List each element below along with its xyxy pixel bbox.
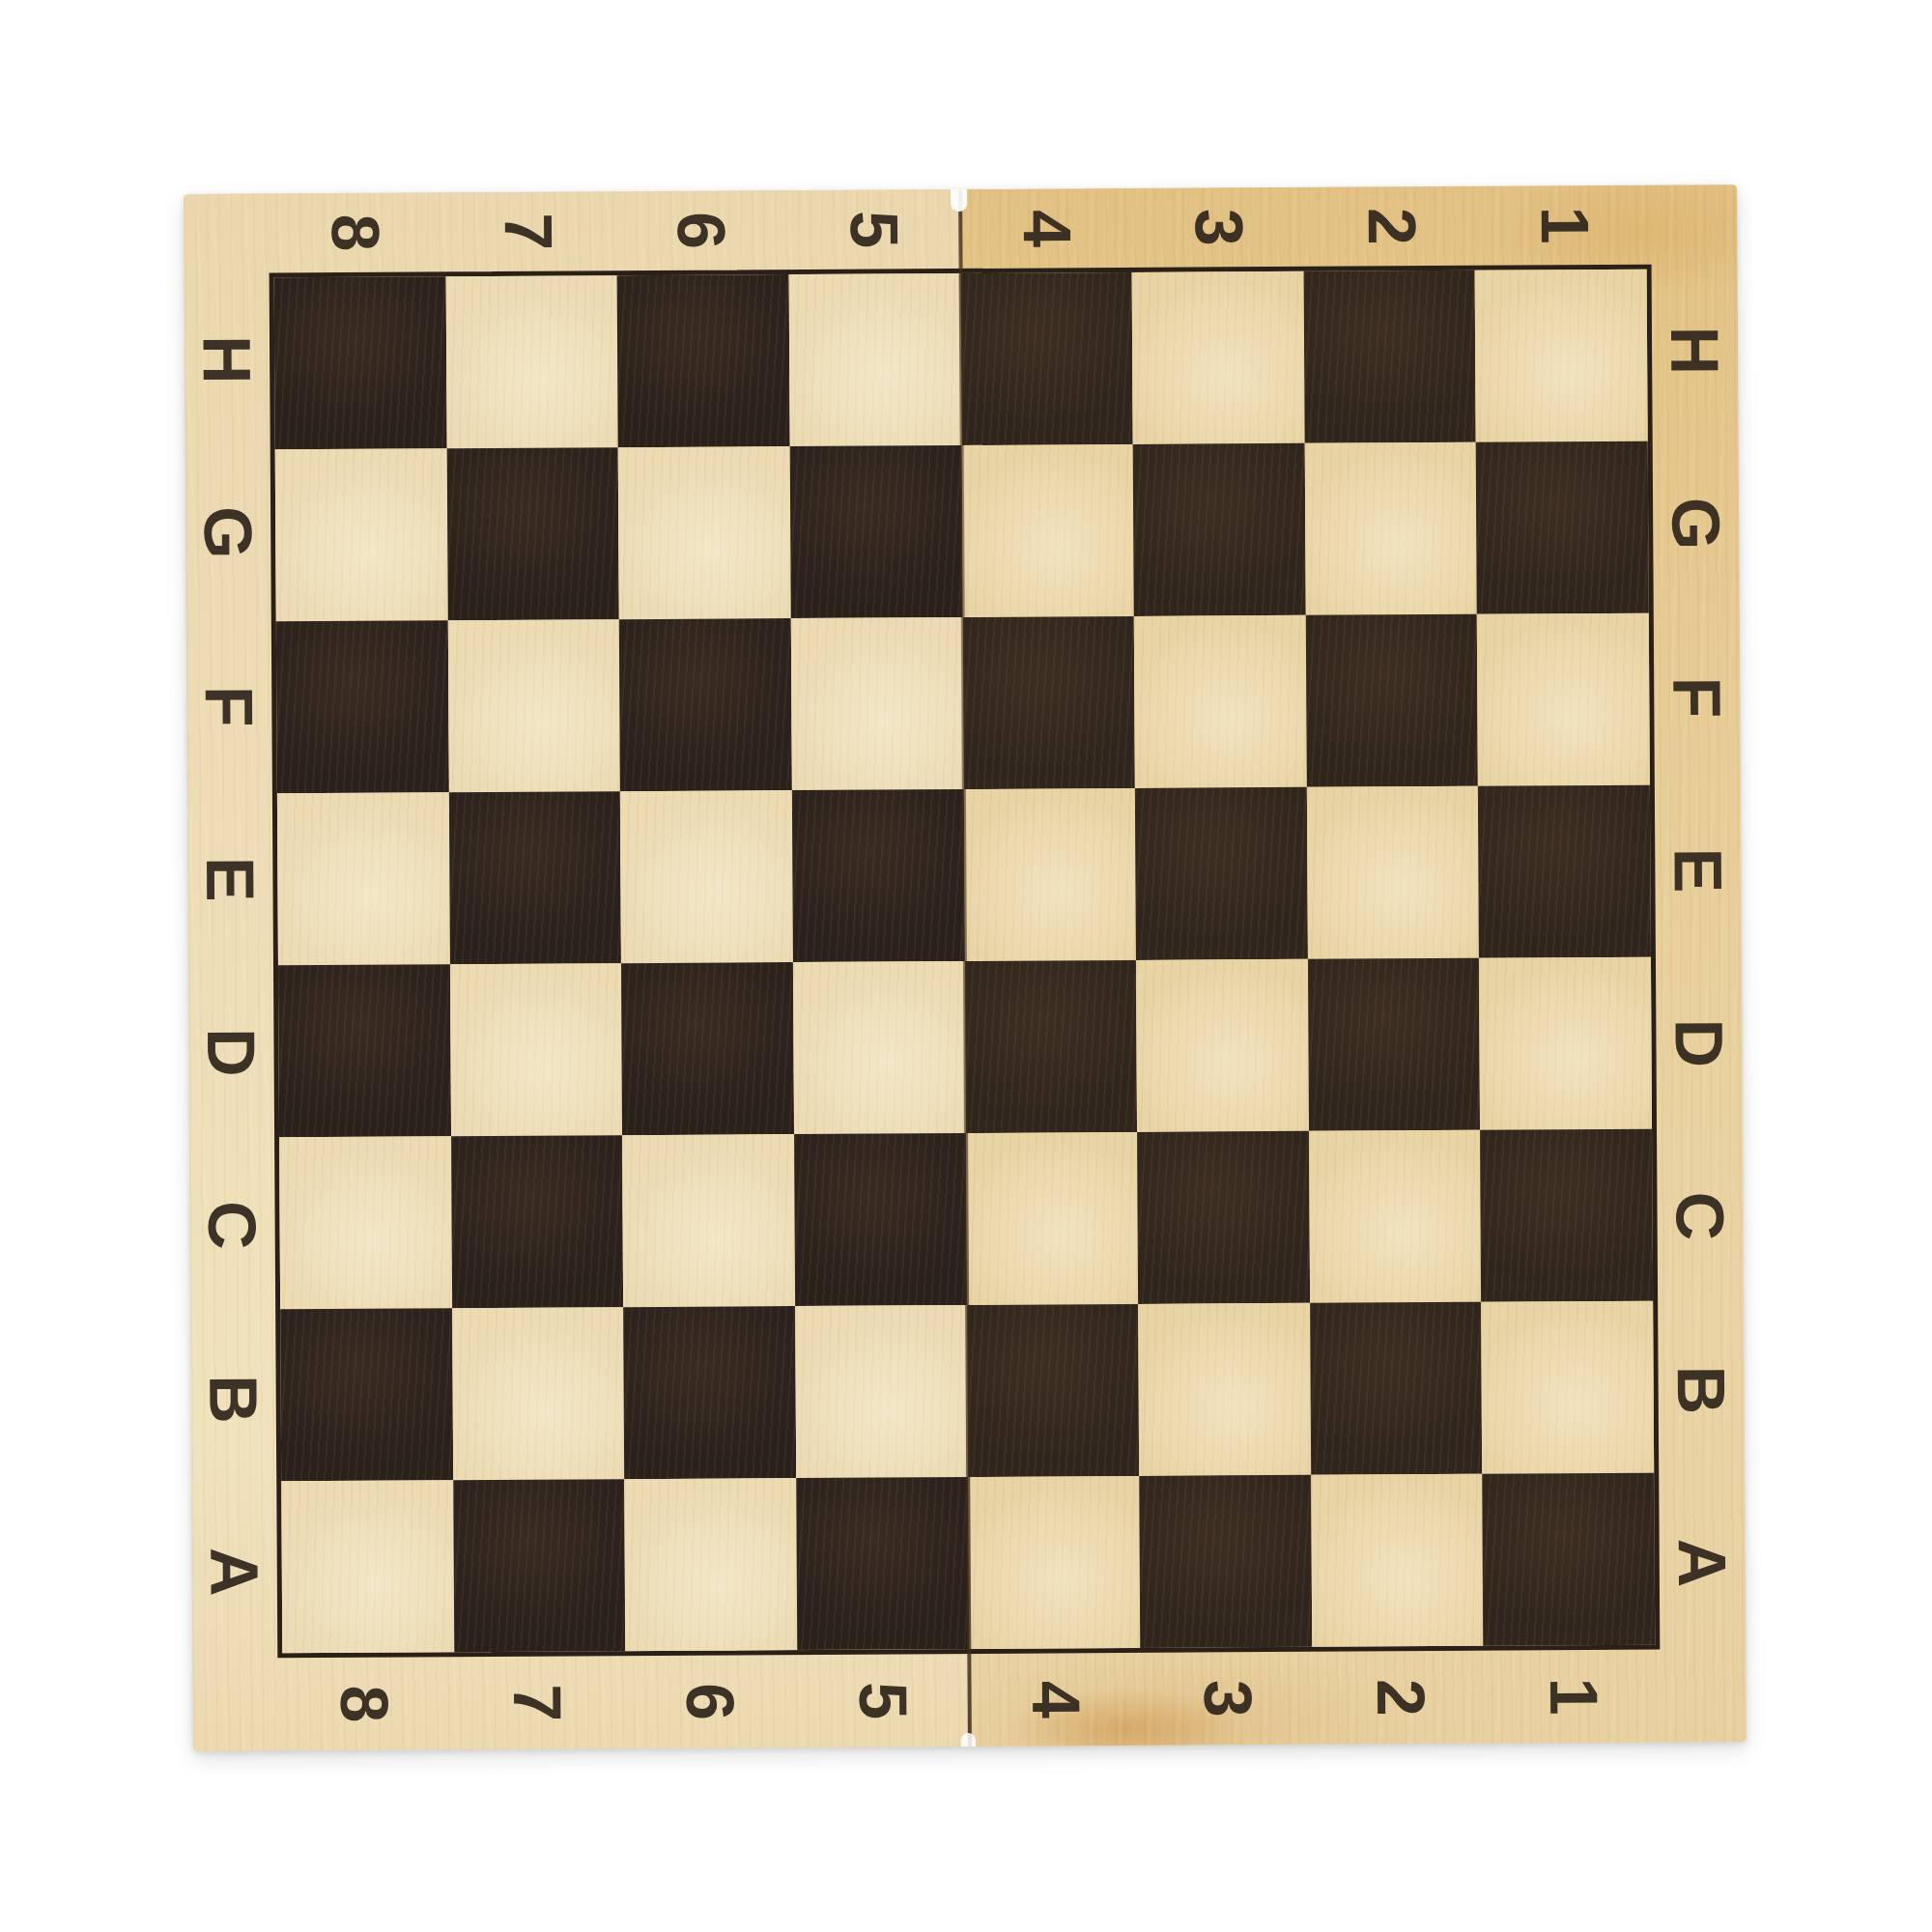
rank-label-bottom-2: 2 — [1354, 1611, 1448, 1751]
square-d4[interactable] — [964, 960, 1137, 1133]
file-label-left-A: A — [184, 1528, 322, 1614]
square-f7[interactable] — [447, 619, 620, 792]
rank-labels-top: 87654321 — [269, 185, 1651, 273]
square-e4[interactable] — [963, 788, 1136, 961]
square-e2[interactable] — [1307, 786, 1480, 959]
rank-label-top-2: 2 — [1351, 185, 1432, 313]
file-label-left-H: H — [184, 317, 314, 403]
square-e5[interactable] — [792, 789, 965, 962]
square-c2[interactable] — [1309, 1130, 1482, 1303]
square-f2[interactable] — [1306, 614, 1479, 787]
square-b3[interactable] — [1138, 1303, 1311, 1476]
rank-label-top-7: 7 — [488, 185, 568, 318]
square-e3[interactable] — [1135, 787, 1308, 960]
file-label-left-B: B — [184, 1355, 321, 1441]
file-label-right-H: H — [1608, 307, 1747, 394]
rank-label-top-6: 6 — [661, 185, 741, 317]
square-c4[interactable] — [966, 1132, 1139, 1305]
square-f3[interactable] — [1134, 615, 1307, 788]
square-f4[interactable] — [962, 616, 1135, 789]
file-labels-left: HGFEDCBA — [185, 272, 278, 1659]
rank-label-bottom-7: 7 — [490, 1616, 583, 1751]
square-b2[interactable] — [1310, 1302, 1483, 1475]
square-c5[interactable] — [794, 1133, 967, 1306]
rank-label-bottom-4: 4 — [1009, 1613, 1102, 1751]
file-label-right-A: A — [1615, 1520, 1747, 1606]
rank-label-bottom-1: 1 — [1527, 1609, 1621, 1750]
square-f6[interactable] — [619, 618, 792, 791]
square-e6[interactable] — [620, 790, 793, 963]
square-g7[interactable] — [446, 447, 619, 620]
rank-label-bottom-3: 3 — [1181, 1612, 1275, 1751]
rank-label-top-3: 3 — [1179, 185, 1260, 314]
square-c7[interactable] — [451, 1135, 624, 1308]
file-label-right-E: E — [1611, 827, 1747, 914]
square-b7[interactable] — [452, 1307, 625, 1480]
square-b4[interactable] — [967, 1304, 1140, 1477]
rank-label-bottom-5: 5 — [836, 1614, 929, 1751]
square-d6[interactable] — [621, 962, 794, 1135]
square-g4[interactable] — [961, 444, 1134, 617]
square-d7[interactable] — [450, 963, 623, 1136]
file-label-left-D: D — [184, 1009, 318, 1095]
file-label-left-F: F — [184, 663, 316, 749]
chessboard: 87654321 87654321 HGFEDCBA HGFEDCBA — [184, 185, 1747, 1751]
square-g2[interactable] — [1304, 442, 1477, 615]
square-g5[interactable] — [790, 445, 963, 618]
file-labels-right: HGFEDCBA — [1652, 264, 1747, 1650]
square-c6[interactable] — [622, 1134, 795, 1307]
square-d5[interactable] — [793, 961, 966, 1134]
square-b6[interactable] — [623, 1306, 796, 1479]
square-e7[interactable] — [449, 791, 622, 964]
rank-label-bottom-8: 8 — [318, 1617, 412, 1751]
square-d2[interactable] — [1308, 958, 1481, 1131]
square-g3[interactable] — [1133, 443, 1306, 616]
file-label-right-G: G — [1609, 480, 1747, 567]
rank-labels-bottom: 87654321 — [277, 1650, 1661, 1751]
photo-background: 87654321 87654321 HGFEDCBA HGFEDCBA — [0, 0, 1932, 1932]
file-label-right-F: F — [1610, 653, 1747, 740]
rank-label-top-5: 5 — [834, 185, 914, 316]
square-b5[interactable] — [795, 1305, 968, 1478]
square-f5[interactable] — [791, 617, 964, 790]
rank-label-top-8: 8 — [315, 185, 395, 319]
square-c3[interactable] — [1137, 1131, 1310, 1304]
file-label-right-C: C — [1613, 1173, 1747, 1260]
square-d3[interactable] — [1136, 959, 1309, 1132]
file-label-left-E: E — [184, 836, 317, 922]
rank-label-top-4: 4 — [1007, 185, 1087, 315]
rank-label-top-1: 1 — [1524, 185, 1605, 312]
file-label-right-B: B — [1614, 1346, 1747, 1433]
rank-label-bottom-6: 6 — [663, 1615, 756, 1751]
square-g6[interactable] — [618, 446, 791, 619]
file-label-left-G: G — [184, 490, 315, 576]
file-label-left-C: C — [184, 1182, 319, 1268]
file-label-right-D: D — [1612, 1000, 1747, 1087]
